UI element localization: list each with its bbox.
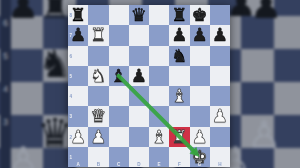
- file-label-f: F: [178, 162, 181, 167]
- square-e2[interactable]: ♝: [149, 127, 169, 147]
- bg-rank-label: 3: [3, 117, 8, 127]
- square-c7[interactable]: [109, 25, 129, 45]
- square-e4[interactable]: [149, 86, 169, 106]
- square-c8[interactable]: [109, 5, 129, 25]
- square-a5[interactable]: 5: [68, 66, 88, 86]
- square-f5[interactable]: [169, 66, 189, 86]
- square-e7[interactable]: [149, 25, 169, 45]
- bg-square: [274, 49, 300, 82]
- file-label-d: D: [137, 162, 140, 167]
- bg-board-edge: 6543: [0, 0, 11, 168]
- piece-black-rook[interactable]: ♜: [169, 5, 189, 25]
- square-d2[interactable]: [129, 127, 149, 147]
- square-a8[interactable]: 8♜: [68, 5, 88, 25]
- rank-label-3: 3: [70, 114, 73, 119]
- square-e6[interactable]: [149, 46, 169, 66]
- rank-label-7: 7: [70, 33, 73, 38]
- square-b5[interactable]: ♞: [88, 66, 108, 86]
- square-f6[interactable]: ♞: [169, 46, 189, 66]
- bg-black-pawn: ♟: [250, 0, 282, 24]
- piece-white-bishop[interactable]: ♝: [149, 127, 169, 147]
- square-h5[interactable]: [210, 66, 230, 86]
- piece-black-pawn[interactable]: ♟: [190, 25, 210, 45]
- rank-label-1: 1: [70, 154, 73, 159]
- file-label-e: E: [158, 162, 161, 167]
- square-d5[interactable]: ♟: [129, 66, 149, 86]
- square-b7[interactable]: ♜: [88, 25, 108, 45]
- square-b3[interactable]: ♛: [88, 106, 108, 126]
- square-d4[interactable]: [129, 86, 149, 106]
- square-g7[interactable]: ♟: [190, 25, 210, 45]
- piece-black-queen[interactable]: ♛: [129, 5, 149, 25]
- square-f8[interactable]: ♜: [169, 5, 189, 25]
- square-g5[interactable]: [190, 66, 210, 86]
- square-h4[interactable]: [210, 86, 230, 106]
- piece-black-knight[interactable]: ♞: [169, 46, 189, 66]
- piece-white-pawn[interactable]: ♟: [88, 127, 108, 147]
- piece-white-rook[interactable]: ♜: [169, 127, 189, 147]
- bg-square: [241, 82, 274, 115]
- piece-black-pawn[interactable]: ♟: [129, 66, 149, 86]
- bg-black-knight: ♞: [38, 45, 72, 83]
- file-label-b: B: [97, 162, 100, 167]
- piece-white-pawn[interactable]: ♟: [210, 106, 230, 126]
- square-h3[interactable]: ♟: [210, 106, 230, 126]
- bg-rank-label: 5: [3, 51, 8, 61]
- piece-black-pawn[interactable]: ♟: [169, 25, 189, 45]
- bg-black-rook: ♜: [39, 0, 71, 24]
- piece-black-king[interactable]: ♚: [190, 5, 210, 25]
- square-f3[interactable]: [169, 106, 189, 126]
- piece-white-pawn[interactable]: ♟: [190, 127, 210, 147]
- bg-white-pawn: ♙: [8, 142, 38, 168]
- file-label-g: G: [198, 162, 202, 167]
- bg-square: [241, 49, 274, 82]
- file-label-c: C: [117, 162, 120, 167]
- piece-white-rook[interactable]: ♜: [88, 25, 108, 45]
- rank-label-4: 4: [70, 94, 73, 99]
- square-g4[interactable]: [190, 86, 210, 106]
- piece-black-bishop[interactable]: ♝: [109, 66, 129, 86]
- square-a6[interactable]: 6: [68, 46, 88, 66]
- bg-rank-label: 6: [3, 18, 8, 28]
- square-h8[interactable]: [210, 5, 230, 25]
- square-d7[interactable]: [129, 25, 149, 45]
- square-g6[interactable]: [190, 46, 210, 66]
- square-f1[interactable]: F: [169, 147, 189, 167]
- bg-square: [274, 82, 300, 115]
- square-g8[interactable]: ♚: [190, 5, 210, 25]
- square-h6[interactable]: [210, 46, 230, 66]
- bg-white-pawn: ♙: [247, 116, 281, 154]
- square-e3[interactable]: [149, 106, 169, 126]
- square-d1[interactable]: D: [129, 147, 149, 167]
- square-g2[interactable]: ♟: [190, 127, 210, 147]
- square-a3[interactable]: 3: [68, 106, 88, 126]
- square-g1[interactable]: G♚: [190, 147, 210, 167]
- square-h7[interactable]: ♟: [210, 25, 230, 45]
- rank-label-8: 8: [70, 13, 73, 18]
- square-b6[interactable]: [88, 46, 108, 66]
- square-c3[interactable]: [109, 106, 129, 126]
- square-d6[interactable]: [129, 46, 149, 66]
- square-a4[interactable]: 4: [68, 86, 88, 106]
- square-f7[interactable]: ♟: [169, 25, 189, 45]
- square-a7[interactable]: 7♟: [68, 25, 88, 45]
- square-b8[interactable]: [88, 5, 108, 25]
- square-h1[interactable]: H: [210, 147, 230, 167]
- chess-thumbnail: ♟♜♞♛♟♟♙♙♙6543 8♜♛♜♚7♟♜♟♟♟6♞5♞♝♟4♝3♛♟2♟♟♝…: [0, 0, 300, 168]
- rank-label-5: 5: [70, 73, 73, 78]
- piece-black-pawn[interactable]: ♟: [210, 25, 230, 45]
- bg-rank-label: 4: [3, 84, 8, 94]
- square-e1[interactable]: E: [149, 147, 169, 167]
- square-a1[interactable]: 1A: [68, 147, 88, 167]
- square-f2[interactable]: ♜: [169, 127, 189, 147]
- square-d8[interactable]: ♛: [129, 5, 149, 25]
- square-c4[interactable]: [109, 86, 129, 106]
- square-c5[interactable]: ♝: [109, 66, 129, 86]
- piece-white-knight[interactable]: ♞: [88, 66, 108, 86]
- square-c1[interactable]: C: [109, 147, 129, 167]
- square-c6[interactable]: [109, 46, 129, 66]
- file-label-h: H: [218, 162, 221, 167]
- square-e8[interactable]: [149, 5, 169, 25]
- square-a2[interactable]: 2♟: [68, 127, 88, 147]
- square-f4[interactable]: ♝: [169, 86, 189, 106]
- square-e5[interactable]: [149, 66, 169, 86]
- square-b1[interactable]: B: [88, 147, 108, 167]
- rank-label-6: 6: [70, 53, 73, 58]
- square-g3[interactable]: [190, 106, 210, 126]
- square-h2[interactable]: [210, 127, 230, 147]
- square-b4[interactable]: [88, 86, 108, 106]
- square-d3[interactable]: [129, 106, 149, 126]
- file-label-a: A: [76, 162, 79, 167]
- rank-label-2: 2: [70, 134, 73, 139]
- piece-white-bishop[interactable]: ♝: [169, 86, 189, 106]
- square-c2[interactable]: [109, 127, 129, 147]
- piece-white-queen[interactable]: ♛: [88, 106, 108, 126]
- chess-board: 8♜♛♜♚7♟♜♟♟♟6♞5♞♝♟4♝3♛♟2♟♟♝♜♟1ABCDEFG♚H: [68, 5, 230, 167]
- bg-black-pawn: ♟: [7, 0, 39, 24]
- square-b2[interactable]: ♟: [88, 127, 108, 147]
